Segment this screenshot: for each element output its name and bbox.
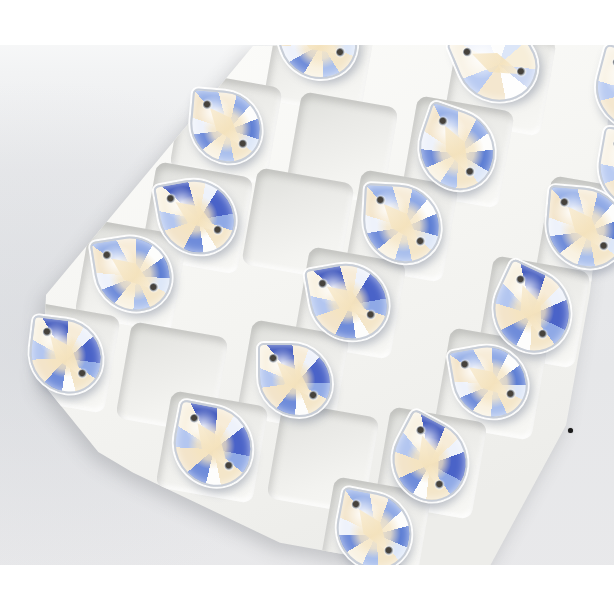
- sew-hole: [202, 100, 212, 110]
- sew-hole: [506, 389, 516, 399]
- sew-hole: [464, 166, 475, 177]
- photo-scene: [0, 0, 614, 614]
- sew-hole: [416, 237, 425, 246]
- teardrop-rhinestone: [447, 339, 533, 425]
- crystal-table-facet: [494, 273, 571, 350]
- sew-hole: [77, 369, 87, 379]
- teardrop-rhinestone: [166, 399, 260, 493]
- sew-hole: [384, 545, 395, 556]
- sew-hole: [103, 250, 113, 260]
- teardrop-rhinestone: [329, 486, 418, 575]
- sew-hole: [335, 46, 346, 57]
- teardrop-rhinestone: [25, 315, 107, 397]
- crystal-table-facet: [599, 56, 614, 123]
- white-letterbox-top: [0, 0, 614, 45]
- sew-hole: [376, 195, 385, 204]
- crystals-layer: [0, 0, 614, 614]
- teardrop-rhinestone: [304, 257, 394, 347]
- teardrop-rhinestone: [407, 100, 506, 199]
- white-letterbox-bottom: [0, 565, 614, 614]
- sew-hole: [414, 424, 426, 436]
- sew-hole: [149, 282, 159, 292]
- sew-hole: [238, 139, 248, 149]
- teardrop-rhinestone: [361, 183, 443, 265]
- crystal-table-facet: [316, 269, 381, 334]
- teardrop-rhinestone: [187, 88, 265, 166]
- sew-hole: [461, 46, 473, 58]
- crystal-table-facet: [421, 114, 492, 185]
- crystal-table-facet: [165, 185, 228, 248]
- teardrop-rhinestone: [377, 408, 482, 513]
- sew-hole: [309, 391, 318, 400]
- sew-hole: [213, 224, 223, 234]
- teardrop-rhinestone: [258, 343, 332, 417]
- sew-hole: [366, 310, 376, 320]
- sew-hole: [437, 115, 448, 126]
- sew-hole: [189, 413, 200, 424]
- sew-hole: [515, 274, 527, 286]
- crystal-table-facet: [179, 412, 247, 480]
- teardrop-rhinestone: [586, 43, 614, 136]
- sew-hole: [599, 241, 609, 251]
- teardrop-rhinestone: [90, 231, 177, 318]
- crystal-table-facet: [392, 423, 468, 499]
- sew-hole: [317, 278, 327, 288]
- sew-hole: [537, 328, 549, 340]
- crystal-table-facet: [604, 138, 614, 201]
- sew-hole: [460, 359, 470, 369]
- sew-hole: [42, 327, 52, 337]
- sew-hole: [224, 461, 235, 472]
- sew-hole: [351, 500, 362, 511]
- teardrop-rhinestone: [543, 185, 614, 272]
- sew-hole: [515, 66, 527, 78]
- crystal-table-facet: [342, 499, 406, 563]
- teardrop-rhinestone: [153, 173, 241, 261]
- black-speck: [568, 428, 573, 433]
- sew-hole: [269, 354, 278, 363]
- sew-hole: [560, 198, 570, 208]
- sew-hole: [166, 194, 176, 204]
